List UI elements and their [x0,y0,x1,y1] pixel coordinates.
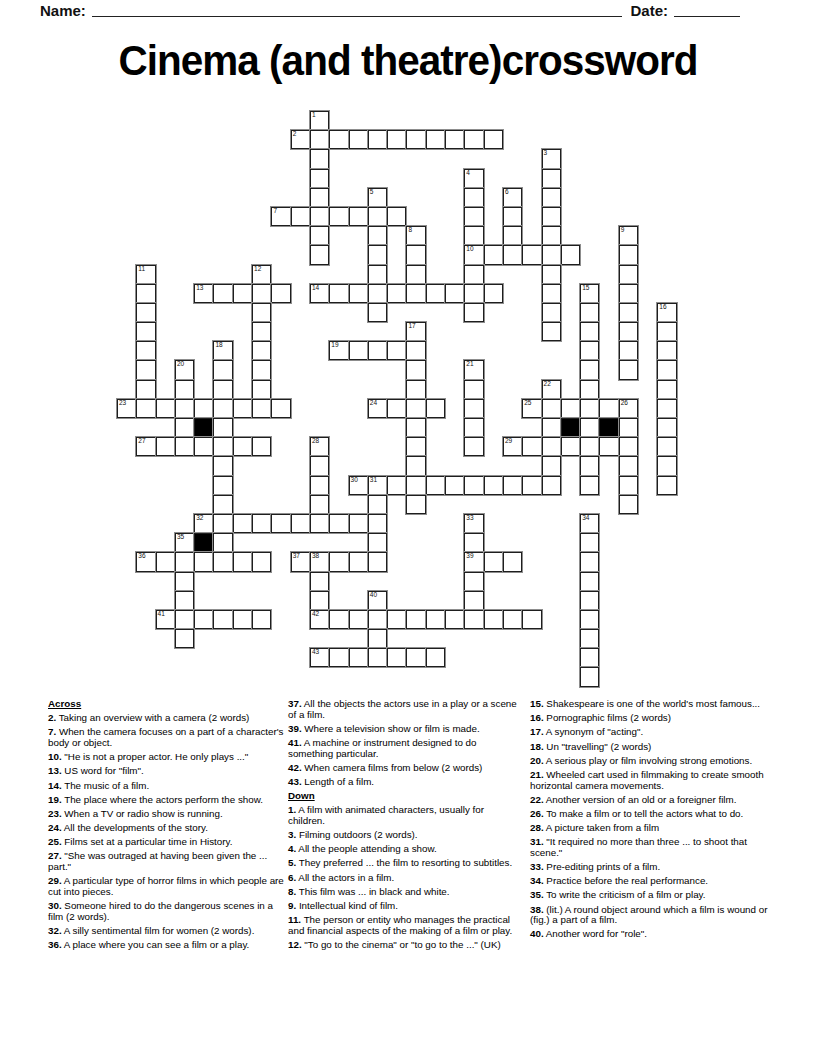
cell-r7c15[interactable] [406,245,425,264]
cell-r10c24[interactable] [580,303,599,322]
cell-r16c24[interactable] [580,418,599,437]
cell-r22c24[interactable] [580,533,599,552]
cell-r26c14[interactable] [387,610,406,629]
cell-r6c27 [638,226,657,245]
cell-r16c15[interactable] [406,418,425,437]
cell-r26c7[interactable] [252,610,271,629]
cell-r21c4[interactable]: 32 [194,514,213,533]
cell-r9c14[interactable] [387,284,406,303]
cell-r25c10[interactable] [310,591,329,610]
clue-27: 27. "She was outraged at having been giv… [48,851,284,872]
cell-r21c24[interactable]: 34 [580,514,599,533]
clue-number-label: 31. [530,836,544,847]
cell-r26c18[interactable] [464,610,483,629]
cell-r11c15[interactable]: 17 [406,322,425,341]
cell-r12c12[interactable] [349,341,368,360]
cell-r13c1[interactable] [136,360,155,379]
cell-r15c6[interactable] [233,399,252,418]
cell-r23c5[interactable] [213,552,232,571]
cell-r12c11[interactable]: 19 [329,341,348,360]
cell-r14c22[interactable]: 22 [542,380,561,399]
cell-r4c18[interactable] [464,188,483,207]
cell-r14c7[interactable] [252,380,271,399]
cell-r4c22[interactable] [542,188,561,207]
cell-r17c4[interactable] [194,437,213,456]
cell-r10c9 [291,303,310,322]
cell-r19c15[interactable] [406,476,425,495]
cell-r20c26[interactable] [619,495,638,514]
cell-r12c7[interactable] [252,341,271,360]
cell-r15c8[interactable] [271,399,290,418]
cell-r26c24[interactable] [580,610,599,629]
cell-r15c0[interactable]: 23 [117,399,136,418]
cell-r15c26[interactable]: 26 [619,399,638,418]
cell-r19c27 [638,476,657,495]
cell-r19c24[interactable] [580,476,599,495]
cell-r21c7[interactable] [252,514,271,533]
cell-r10c13[interactable] [368,303,387,322]
cell-r17c26[interactable] [619,437,638,456]
cell-r3c18[interactable]: 4 [464,169,483,188]
cell-r9c7[interactable] [252,284,271,303]
cell-r24c3[interactable] [175,572,194,591]
cell-r23c3[interactable] [175,552,194,571]
cell-r9c12[interactable] [349,284,368,303]
cell-r25c3[interactable] [175,591,194,610]
cell-r21c18[interactable]: 33 [464,514,483,533]
cell-r18c15[interactable] [406,456,425,475]
cell-r17c2[interactable] [156,437,175,456]
cell-r26c20[interactable] [503,610,522,629]
cell-r21c21 [522,514,541,533]
cell-r17c24[interactable] [580,437,599,456]
cell-r7c26[interactable] [619,245,638,264]
cell-r6c1 [136,226,155,245]
cell-r17c10[interactable]: 28 [310,437,329,456]
cell-r17c28[interactable] [657,437,676,456]
cell-r14c5[interactable] [213,380,232,399]
cell-r17c20[interactable]: 29 [503,437,522,456]
cell-r26c3[interactable] [175,610,194,629]
cell-r19c10[interactable] [310,476,329,495]
cell-r21c5[interactable] [213,514,232,533]
cell-r9c1[interactable] [136,284,155,303]
cell-r6c10[interactable] [310,226,329,245]
cell-r19c20[interactable] [503,476,522,495]
cell-r18c5[interactable] [213,456,232,475]
cell-r15c18[interactable] [464,399,483,418]
cell-r29c24[interactable] [580,667,599,686]
cell-r8c15[interactable] [406,265,425,284]
cell-r15c14[interactable] [387,399,406,418]
cell-r26c15[interactable] [406,610,425,629]
cell-r19c17[interactable] [445,476,464,495]
cell-r16c5[interactable] [213,418,232,437]
cell-r28c16[interactable] [426,648,445,667]
cell-r23c2[interactable] [156,552,175,571]
cell-r14c28[interactable] [657,380,676,399]
cell-r22c5[interactable] [213,533,232,552]
cell-r3c10[interactable] [310,169,329,188]
cell-r2c22[interactable]: 3 [542,149,561,168]
cell-r3c20 [503,169,522,188]
cell-r5c17 [445,207,464,226]
cell-r28c14[interactable] [387,648,406,667]
cell-r22c3[interactable]: 35 [175,533,194,552]
cell-r26c5[interactable] [213,610,232,629]
cell-r9c26[interactable] [619,284,638,303]
cell-r12c15[interactable] [406,341,425,360]
cell-r6c13[interactable] [368,226,387,245]
cell-r26c2[interactable]: 41 [156,610,175,629]
cell-r23c20[interactable] [503,552,522,571]
cell-r1c18[interactable] [464,130,483,149]
cell-r28c11[interactable] [329,648,348,667]
cell-r12c14[interactable] [387,341,406,360]
cell-r15c23[interactable] [561,399,580,418]
cell-r27c24[interactable] [580,629,599,648]
cell-r13c28[interactable] [657,360,676,379]
clue-number: 12 [254,265,261,273]
cell-r28c12[interactable] [349,648,368,667]
cell-r28c10[interactable]: 43 [310,648,329,667]
cell-r21c13[interactable] [368,514,387,533]
cell-r23c13[interactable] [368,552,387,571]
cell-r15c13[interactable]: 24 [368,399,387,418]
cell-r26c0 [117,610,136,629]
cell-r12c13[interactable] [368,341,387,360]
cell-r5c18[interactable] [464,207,483,226]
cell-r21c11[interactable] [329,514,348,533]
cell-r23c9[interactable]: 37 [291,552,310,571]
cell-r9c19[interactable] [484,284,503,303]
cell-r13c26[interactable] [619,360,638,379]
cell-r27c13[interactable] [368,629,387,648]
cell-r6c18[interactable] [464,226,483,245]
cell-r12c28[interactable] [657,341,676,360]
cell-r16c28[interactable] [657,418,676,437]
cell-r7c4 [194,245,213,264]
cell-r5c9[interactable] [291,207,310,226]
cell-r12c1[interactable] [136,341,155,360]
cell-r20c5[interactable] [213,495,232,514]
cell-r6c22[interactable] [542,226,561,245]
cell-r10c18[interactable] [464,303,483,322]
cell-r7c19[interactable] [484,245,503,264]
cell-r13c5[interactable] [213,360,232,379]
cell-r27c3[interactable] [175,629,194,648]
cell-r5c13[interactable] [368,207,387,226]
cell-r22c18[interactable] [464,533,483,552]
cell-r26c16[interactable] [426,610,445,629]
cell-r28c24[interactable] [580,648,599,667]
cell-r15c24[interactable] [580,399,599,418]
cell-r10c26[interactable] [619,303,638,322]
cell-r17c21[interactable] [522,437,541,456]
cell-r26c10[interactable]: 42 [310,610,329,629]
cell-r2c10[interactable] [310,149,329,168]
cell-r21c9[interactable] [291,514,310,533]
cell-r15c4[interactable] [194,399,213,418]
cell-r26c13[interactable] [368,610,387,629]
cell-r8c7[interactable]: 12 [252,265,271,284]
cell-r11c23 [561,322,580,341]
cell-r20c15[interactable] [406,495,425,514]
cell-r11c16 [426,322,445,341]
cell-r4c10[interactable] [310,188,329,207]
cell-r9c6[interactable] [233,284,252,303]
cell-r1c15[interactable] [406,130,425,149]
cell-r0c10[interactable]: 1 [310,111,329,130]
cell-r16c26[interactable] [619,418,638,437]
cell-r4c13[interactable]: 5 [368,188,387,207]
cell-r20c11 [329,495,348,514]
cell-r13c18[interactable]: 21 [464,360,483,379]
cell-r11c24[interactable] [580,322,599,341]
cell-r17c1[interactable]: 27 [136,437,155,456]
cell-r15c3[interactable] [175,399,194,418]
cell-r5c22[interactable] [542,207,561,226]
cell-r13c17 [445,360,464,379]
cell-r9c13[interactable] [368,284,387,303]
cell-r19c28[interactable] [657,476,676,495]
cell-r15c25[interactable] [599,399,618,418]
cell-r8c26[interactable] [619,265,638,284]
cell-r26c19[interactable] [484,610,503,629]
cell-r28c15[interactable] [406,648,425,667]
cell-r8c13[interactable] [368,265,387,284]
cell-r12c20 [503,341,522,360]
cell-r25c24[interactable] [580,591,599,610]
cell-r20c19 [484,495,503,514]
cell-r17c15[interactable] [406,437,425,456]
cell-r11c28[interactable] [657,322,676,341]
cell-r23c18[interactable]: 39 [464,552,483,571]
cell-r17c25[interactable] [599,437,618,456]
cell-r9c4[interactable]: 13 [194,284,213,303]
cell-r19c5[interactable] [213,476,232,495]
cell-r17c5[interactable] [213,437,232,456]
cell-r24c18[interactable] [464,572,483,591]
cell-r28c13[interactable] [368,648,387,667]
cell-r19c13[interactable]: 31 [368,476,387,495]
cell-r7c18[interactable]: 10 [464,245,483,264]
cell-r13c24[interactable] [580,360,599,379]
cell-r7c22[interactable] [542,245,561,264]
cell-r26c11[interactable] [329,610,348,629]
cell-r9c24[interactable]: 15 [580,284,599,303]
cell-r17c6[interactable] [233,437,252,456]
cell-r18c10[interactable] [310,456,329,475]
cell-r7c21[interactable] [522,245,541,264]
cell-r15c1[interactable] [136,399,155,418]
cell-r1c19[interactable] [484,130,503,149]
cell-r15c22[interactable] [542,399,561,418]
cell-r24c10[interactable] [310,572,329,591]
cell-r10c22[interactable] [542,303,561,322]
cell-r16c3[interactable] [175,418,194,437]
cell-r15c7[interactable] [252,399,271,418]
cell-r23c6[interactable] [233,552,252,571]
cell-r15c16[interactable] [426,399,445,418]
cell-r9c5[interactable] [213,284,232,303]
cell-r17c23[interactable] [561,437,580,456]
cell-r16c22[interactable] [542,418,561,437]
cell-r8c22[interactable] [542,265,561,284]
cell-r14c1[interactable] [136,380,155,399]
cell-r3c22[interactable] [542,169,561,188]
cell-r9c11[interactable] [329,284,348,303]
cell-r27c21 [522,629,541,648]
cell-r1c12[interactable] [349,130,368,149]
cell-r9c18[interactable] [464,284,483,303]
cell-r6c20[interactable] [503,226,522,245]
clue-3: 3. Filming outdoors (2 words). [288,830,520,841]
cell-r13c7[interactable] [252,360,271,379]
cell-r12c5[interactable]: 18 [213,341,232,360]
cell-r6c26[interactable]: 9 [619,226,638,245]
cell-r9c22[interactable] [542,284,561,303]
cell-r13c12 [349,360,368,379]
cell-r19c26[interactable] [619,476,638,495]
cell-r10c2 [156,303,175,322]
cell-r14c18[interactable] [464,380,483,399]
cell-r14c3[interactable] [175,380,194,399]
cell-r18c22[interactable] [542,456,561,475]
cell-r9c10[interactable]: 14 [310,284,329,303]
cell-r1c13[interactable] [368,130,387,149]
cell-r7c10[interactable] [310,245,329,264]
cell-r11c7[interactable] [252,322,271,341]
cell-r23c7[interactable] [252,552,271,571]
cell-r20c13[interactable] [368,495,387,514]
cell-r12c26[interactable] [619,341,638,360]
cell-r21c8[interactable] [271,514,290,533]
cell-r23c12[interactable] [349,552,368,571]
cell-r19c18[interactable] [464,476,483,495]
cell-r12c0 [117,341,136,360]
cell-r25c13[interactable]: 40 [368,591,387,610]
cell-r26c12[interactable] [349,610,368,629]
cell-r26c6[interactable] [233,610,252,629]
cell-r19c12[interactable]: 30 [349,476,368,495]
cell-r7c20[interactable] [503,245,522,264]
cell-r23c4[interactable] [194,552,213,571]
cell-r26c21[interactable] [522,610,541,629]
cell-r18c28[interactable] [657,456,676,475]
cell-r26c4[interactable] [194,610,213,629]
cell-r11c1[interactable] [136,322,155,341]
cell-r19c14[interactable] [387,476,406,495]
cell-r23c19[interactable] [484,552,503,571]
cell-r23c1[interactable]: 36 [136,552,155,571]
cell-r14c15[interactable] [406,380,425,399]
cell-r1c17[interactable] [445,130,464,149]
cell-r9c16[interactable] [426,284,445,303]
cell-r17c22[interactable] [542,437,561,456]
cell-r23c10[interactable]: 38 [310,552,329,571]
cell-r11c2 [156,322,175,341]
clue-text: When a TV or radio show is running. [62,808,223,819]
cell-r19c23 [561,476,580,495]
cell-r7c13[interactable] [368,245,387,264]
cell-r19c22[interactable] [542,476,561,495]
cell-r15c2[interactable] [156,399,175,418]
cell-r14c24[interactable] [580,380,599,399]
cell-r5c11[interactable] [329,207,348,226]
cell-r5c12[interactable] [349,207,368,226]
cell-r18c24[interactable] [580,456,599,475]
cell-r1c16[interactable] [426,130,445,149]
cell-r21c6[interactable] [233,514,252,533]
cell-r23c24[interactable] [580,552,599,571]
cell-r7c23[interactable] [561,245,580,264]
cell-r17c18[interactable] [464,437,483,456]
cell-r20c10[interactable] [310,495,329,514]
cell-r10c7[interactable] [252,303,271,322]
clue-number-label: 10. [48,751,62,762]
cell-r21c12[interactable] [349,514,368,533]
cell-r15c19 [484,399,503,418]
cell-r21c10[interactable] [310,514,329,533]
cell-r15c28[interactable] [657,399,676,418]
cell-r6c15[interactable]: 8 [406,226,425,245]
cell-r19c21[interactable] [522,476,541,495]
cell-r11c22[interactable] [542,322,561,341]
cell-r1c11[interactable] [329,130,348,149]
cell-r18c26[interactable] [619,456,638,475]
cell-r25c22 [542,591,561,610]
cell-r17c7[interactable] [252,437,271,456]
cell-r12c25 [599,341,618,360]
cell-r28c9 [291,648,310,667]
cell-r1c10[interactable] [310,130,329,149]
cell-r5c20[interactable] [503,207,522,226]
cell-r15c15[interactable] [406,399,425,418]
cell-r15c21[interactable]: 25 [522,399,541,418]
cell-r25c18[interactable] [464,591,483,610]
cell-r24c24[interactable] [580,572,599,591]
cell-r8c1[interactable]: 11 [136,265,155,284]
cell-r13c15[interactable] [406,360,425,379]
cell-r1c14[interactable] [387,130,406,149]
cell-r19c16[interactable] [426,476,445,495]
cell-r19c19[interactable] [484,476,503,495]
cell-r10c28[interactable]: 16 [657,303,676,322]
cell-r1c9[interactable]: 2 [291,130,310,149]
cell-r13c3[interactable]: 20 [175,360,194,379]
cell-r5c8[interactable]: 7 [271,207,290,226]
cell-r12c24[interactable] [580,341,599,360]
cell-r8c18[interactable] [464,265,483,284]
cell-r26c17[interactable] [445,610,464,629]
cell-r9c8[interactable] [271,284,290,303]
cell-r9c15[interactable] [406,284,425,303]
cell-r11c26[interactable] [619,322,638,341]
cell-r4c20[interactable]: 6 [503,188,522,207]
cell-r5c10[interactable] [310,207,329,226]
cell-r10c27 [638,303,657,322]
cell-r17c3[interactable] [175,437,194,456]
cell-r4c1 [136,188,155,207]
cell-r23c11[interactable] [329,552,348,571]
cell-r16c18[interactable] [464,418,483,437]
cell-r10c1[interactable] [136,303,155,322]
cell-r9c17[interactable] [445,284,464,303]
cell-r15c5[interactable] [213,399,232,418]
cell-r22c13[interactable] [368,533,387,552]
cell-r5c14[interactable] [387,207,406,226]
